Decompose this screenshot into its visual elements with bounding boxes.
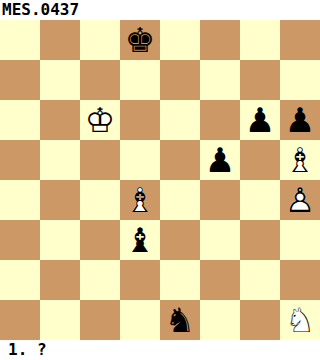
square-d1[interactable] bbox=[120, 300, 160, 340]
square-f5[interactable]: ♟ bbox=[200, 140, 240, 180]
square-c3[interactable] bbox=[80, 220, 120, 260]
black-bishop[interactable]: ♝ bbox=[120, 220, 160, 260]
square-f8[interactable] bbox=[200, 20, 240, 60]
chess-puzzle-page: MES.0437 ♚♚♔♟♟♟♝♗♝♗♟♙♝♞♞♘ 1. ? bbox=[0, 0, 320, 360]
square-b3[interactable] bbox=[40, 220, 80, 260]
square-c1[interactable] bbox=[80, 300, 120, 340]
square-c7[interactable] bbox=[80, 60, 120, 100]
square-a2[interactable] bbox=[0, 260, 40, 300]
square-f2[interactable] bbox=[200, 260, 240, 300]
square-a8[interactable] bbox=[0, 20, 40, 60]
square-b4[interactable] bbox=[40, 180, 80, 220]
square-e6[interactable] bbox=[160, 100, 200, 140]
square-g3[interactable] bbox=[240, 220, 280, 260]
square-b1[interactable] bbox=[40, 300, 80, 340]
square-g4[interactable] bbox=[240, 180, 280, 220]
square-d2[interactable] bbox=[120, 260, 160, 300]
square-f3[interactable] bbox=[200, 220, 240, 260]
square-h7[interactable] bbox=[280, 60, 320, 100]
square-e4[interactable] bbox=[160, 180, 200, 220]
white-king[interactable]: ♔ bbox=[80, 100, 120, 140]
square-h2[interactable] bbox=[280, 260, 320, 300]
square-f1[interactable] bbox=[200, 300, 240, 340]
square-h6[interactable]: ♟ bbox=[280, 100, 320, 140]
square-f7[interactable] bbox=[200, 60, 240, 100]
square-d6[interactable] bbox=[120, 100, 160, 140]
white-knight[interactable]: ♘ bbox=[280, 300, 320, 340]
black-pawn[interactable]: ♟ bbox=[280, 100, 320, 140]
square-d7[interactable] bbox=[120, 60, 160, 100]
white-bishop[interactable]: ♗ bbox=[120, 180, 160, 220]
square-c4[interactable] bbox=[80, 180, 120, 220]
square-a1[interactable] bbox=[0, 300, 40, 340]
chess-board: ♚♚♔♟♟♟♝♗♝♗♟♙♝♞♞♘ bbox=[0, 20, 320, 340]
square-h1[interactable]: ♞♘ bbox=[280, 300, 320, 340]
square-b7[interactable] bbox=[40, 60, 80, 100]
square-e8[interactable] bbox=[160, 20, 200, 60]
square-e7[interactable] bbox=[160, 60, 200, 100]
move-prompt: 1. ? bbox=[8, 340, 47, 360]
square-e3[interactable] bbox=[160, 220, 200, 260]
square-f6[interactable] bbox=[200, 100, 240, 140]
square-e5[interactable] bbox=[160, 140, 200, 180]
white-bishop[interactable]: ♗ bbox=[280, 140, 320, 180]
square-c5[interactable] bbox=[80, 140, 120, 180]
square-e1[interactable]: ♞ bbox=[160, 300, 200, 340]
square-a6[interactable] bbox=[0, 100, 40, 140]
square-g8[interactable] bbox=[240, 20, 280, 60]
square-f4[interactable] bbox=[200, 180, 240, 220]
square-h3[interactable] bbox=[280, 220, 320, 260]
square-e2[interactable] bbox=[160, 260, 200, 300]
black-pawn[interactable]: ♟ bbox=[200, 140, 240, 180]
square-c8[interactable] bbox=[80, 20, 120, 60]
square-c2[interactable] bbox=[80, 260, 120, 300]
square-g2[interactable] bbox=[240, 260, 280, 300]
square-b5[interactable] bbox=[40, 140, 80, 180]
square-a7[interactable] bbox=[0, 60, 40, 100]
square-h8[interactable] bbox=[280, 20, 320, 60]
square-b8[interactable] bbox=[40, 20, 80, 60]
square-g7[interactable] bbox=[240, 60, 280, 100]
square-d4[interactable]: ♝♗ bbox=[120, 180, 160, 220]
square-h4[interactable]: ♟♙ bbox=[280, 180, 320, 220]
square-g1[interactable] bbox=[240, 300, 280, 340]
black-king[interactable]: ♚ bbox=[120, 20, 160, 60]
square-a5[interactable] bbox=[0, 140, 40, 180]
square-c6[interactable]: ♚♔ bbox=[80, 100, 120, 140]
square-a4[interactable] bbox=[0, 180, 40, 220]
square-d8[interactable]: ♚ bbox=[120, 20, 160, 60]
square-g6[interactable]: ♟ bbox=[240, 100, 280, 140]
square-b6[interactable] bbox=[40, 100, 80, 140]
black-pawn[interactable]: ♟ bbox=[240, 100, 280, 140]
puzzle-title: MES.0437 bbox=[2, 0, 79, 20]
square-a3[interactable] bbox=[0, 220, 40, 260]
square-d3[interactable]: ♝ bbox=[120, 220, 160, 260]
white-pawn[interactable]: ♙ bbox=[280, 180, 320, 220]
square-d5[interactable] bbox=[120, 140, 160, 180]
square-h5[interactable]: ♝♗ bbox=[280, 140, 320, 180]
square-b2[interactable] bbox=[40, 260, 80, 300]
square-g5[interactable] bbox=[240, 140, 280, 180]
black-knight[interactable]: ♞ bbox=[160, 300, 200, 340]
